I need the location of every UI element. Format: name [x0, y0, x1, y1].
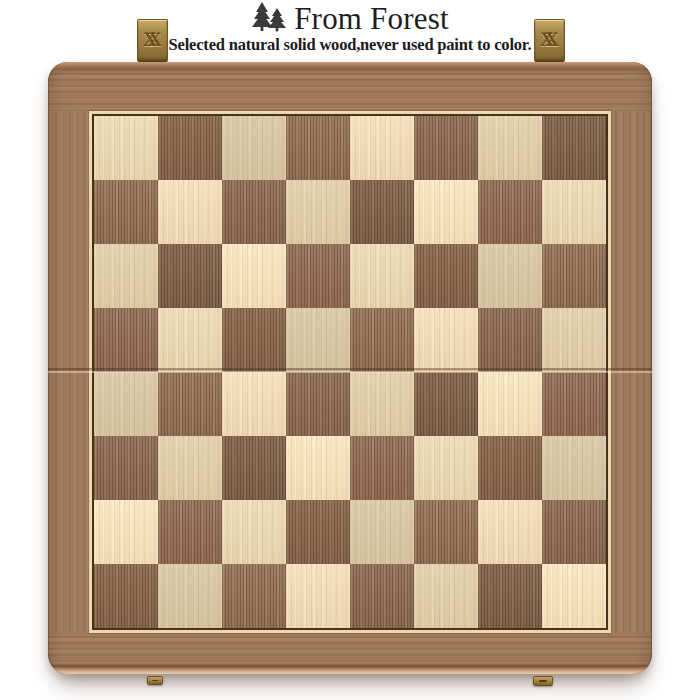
square-a7 — [94, 180, 158, 244]
square-d3 — [286, 436, 350, 500]
square-g2 — [478, 500, 542, 564]
square-h6 — [542, 244, 606, 308]
square-f1 — [414, 564, 478, 628]
square-h3 — [542, 436, 606, 500]
square-d2 — [286, 500, 350, 564]
square-h4 — [542, 372, 606, 436]
square-c8 — [222, 116, 286, 180]
inlay-border — [89, 111, 611, 633]
bottom-left-hinge — [147, 676, 163, 685]
square-g4 — [478, 372, 542, 436]
square-f4 — [414, 372, 478, 436]
board-bottom-rim — [48, 664, 652, 674]
header: From Forest Selected natural solid wood,… — [0, 0, 700, 55]
square-e7 — [350, 180, 414, 244]
square-b7 — [158, 180, 222, 244]
square-b8 — [158, 116, 222, 180]
square-c3 — [222, 436, 286, 500]
squares-grid — [94, 116, 606, 628]
square-d4 — [286, 372, 350, 436]
square-a2 — [94, 500, 158, 564]
chessboard — [48, 62, 652, 674]
square-h8 — [542, 116, 606, 180]
square-a5 — [94, 308, 158, 372]
square-d6 — [286, 244, 350, 308]
brand-line: From Forest — [0, 0, 700, 33]
square-b1 — [158, 564, 222, 628]
square-f8 — [414, 116, 478, 180]
square-h2 — [542, 500, 606, 564]
square-d8 — [286, 116, 350, 180]
board-top-edge — [48, 62, 652, 72]
square-a8 — [94, 116, 158, 180]
square-b5 — [158, 308, 222, 372]
square-e2 — [350, 500, 414, 564]
square-c4 — [222, 372, 286, 436]
square-g6 — [478, 244, 542, 308]
square-c5 — [222, 308, 286, 372]
square-d1 — [286, 564, 350, 628]
square-a1 — [94, 564, 158, 628]
square-f6 — [414, 244, 478, 308]
square-h5 — [542, 308, 606, 372]
square-e4 — [350, 372, 414, 436]
square-b3 — [158, 436, 222, 500]
square-g7 — [478, 180, 542, 244]
square-h1 — [542, 564, 606, 628]
square-a6 — [94, 244, 158, 308]
square-h7 — [542, 180, 606, 244]
pine-trees-icon — [251, 1, 287, 32]
square-c2 — [222, 500, 286, 564]
square-g1 — [478, 564, 542, 628]
square-g3 — [478, 436, 542, 500]
square-c6 — [222, 244, 286, 308]
square-e3 — [350, 436, 414, 500]
brand-title: From Forest — [294, 4, 449, 33]
square-f7 — [414, 180, 478, 244]
field-outline — [92, 114, 608, 630]
square-b4 — [158, 372, 222, 436]
square-g5 — [478, 308, 542, 372]
square-g8 — [478, 116, 542, 180]
square-e1 — [350, 564, 414, 628]
square-f3 — [414, 436, 478, 500]
square-b6 — [158, 244, 222, 308]
square-d7 — [286, 180, 350, 244]
square-f2 — [414, 500, 478, 564]
square-a4 — [94, 372, 158, 436]
square-e8 — [350, 116, 414, 180]
square-d5 — [286, 308, 350, 372]
brand-tagline: Selected natural solid wood,never used p… — [0, 35, 700, 55]
bottom-right-hinge — [533, 676, 553, 686]
square-e5 — [350, 308, 414, 372]
square-c1 — [222, 564, 286, 628]
square-c7 — [222, 180, 286, 244]
square-e6 — [350, 244, 414, 308]
square-a3 — [94, 436, 158, 500]
square-b2 — [158, 500, 222, 564]
square-f5 — [414, 308, 478, 372]
